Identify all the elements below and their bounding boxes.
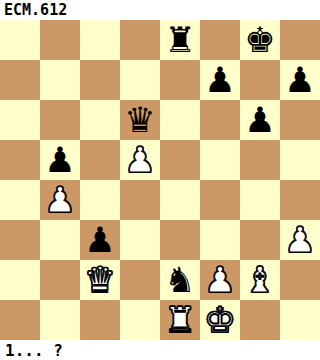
square-a6[interactable] [0,100,40,140]
square-d5[interactable]: ♟ [120,140,160,180]
square-b7[interactable] [40,60,80,100]
piece-black-king[interactable]: ♚ [244,20,275,60]
square-b6[interactable] [40,100,80,140]
square-h6[interactable] [280,100,320,140]
square-f7[interactable]: ♟ [200,60,240,100]
square-c1[interactable] [80,300,120,340]
square-f1[interactable]: ♚ [200,300,240,340]
square-g7[interactable] [240,60,280,100]
square-g8[interactable]: ♚ [240,20,280,60]
piece-black-knight[interactable]: ♞ [164,260,195,300]
chess-board: ♜♚♟♟♛♟♟♟♟♟♟♛♞♟♝♜♚ [0,20,320,340]
square-c2[interactable]: ♛ [80,260,120,300]
piece-white-pawn[interactable]: ♟ [284,220,315,260]
diagram-footer: 1... ? [0,340,320,360]
square-f4[interactable] [200,180,240,220]
square-e6[interactable] [160,100,200,140]
square-f3[interactable] [200,220,240,260]
diagram-header: ECM.612 [0,0,320,20]
square-b5[interactable]: ♟ [40,140,80,180]
square-g1[interactable] [240,300,280,340]
square-a3[interactable] [0,220,40,260]
square-h5[interactable] [280,140,320,180]
square-a4[interactable] [0,180,40,220]
square-c4[interactable] [80,180,120,220]
piece-black-pawn[interactable]: ♟ [84,220,115,260]
square-h8[interactable] [280,20,320,60]
square-d8[interactable] [120,20,160,60]
square-a7[interactable] [0,60,40,100]
square-b3[interactable] [40,220,80,260]
square-g3[interactable] [240,220,280,260]
square-f2[interactable]: ♟ [200,260,240,300]
move-prompt: 1... ? [5,341,63,360]
square-g5[interactable] [240,140,280,180]
square-a2[interactable] [0,260,40,300]
square-e3[interactable] [160,220,200,260]
square-e8[interactable]: ♜ [160,20,200,60]
square-d1[interactable] [120,300,160,340]
piece-black-pawn[interactable]: ♟ [44,140,75,180]
square-d3[interactable] [120,220,160,260]
square-d2[interactable] [120,260,160,300]
square-g4[interactable] [240,180,280,220]
square-c7[interactable] [80,60,120,100]
piece-white-pawn[interactable]: ♟ [124,140,155,180]
square-d6[interactable]: ♛ [120,100,160,140]
square-d4[interactable] [120,180,160,220]
square-e4[interactable] [160,180,200,220]
square-c5[interactable] [80,140,120,180]
piece-black-queen[interactable]: ♛ [124,100,155,140]
square-e5[interactable] [160,140,200,180]
square-b4[interactable]: ♟ [40,180,80,220]
piece-black-pawn[interactable]: ♟ [204,60,235,100]
square-f8[interactable] [200,20,240,60]
piece-white-queen[interactable]: ♛ [84,260,115,300]
piece-white-pawn[interactable]: ♟ [44,180,75,220]
square-d7[interactable] [120,60,160,100]
square-e1[interactable]: ♜ [160,300,200,340]
chess-diagram-page: ECM.612 ♜♚♟♟♛♟♟♟♟♟♟♛♞♟♝♜♚ 1... ? [0,0,320,360]
square-h2[interactable] [280,260,320,300]
square-g2[interactable]: ♝ [240,260,280,300]
square-b2[interactable] [40,260,80,300]
piece-black-rook[interactable]: ♜ [164,20,195,60]
square-a5[interactable] [0,140,40,180]
piece-white-bishop[interactable]: ♝ [244,260,275,300]
square-h1[interactable] [280,300,320,340]
piece-white-rook[interactable]: ♜ [164,300,195,340]
square-h4[interactable] [280,180,320,220]
square-f5[interactable] [200,140,240,180]
piece-white-king[interactable]: ♚ [204,300,235,340]
square-c6[interactable] [80,100,120,140]
square-e7[interactable] [160,60,200,100]
square-c3[interactable]: ♟ [80,220,120,260]
square-a8[interactable] [0,20,40,60]
piece-black-pawn[interactable]: ♟ [284,60,315,100]
square-b8[interactable] [40,20,80,60]
square-h3[interactable]: ♟ [280,220,320,260]
diagram-title: ECM.612 [4,1,67,19]
square-f6[interactable] [200,100,240,140]
piece-black-pawn[interactable]: ♟ [244,100,275,140]
square-g6[interactable]: ♟ [240,100,280,140]
square-h7[interactable]: ♟ [280,60,320,100]
square-c8[interactable] [80,20,120,60]
square-b1[interactable] [40,300,80,340]
square-a1[interactable] [0,300,40,340]
square-e2[interactable]: ♞ [160,260,200,300]
piece-white-pawn[interactable]: ♟ [204,260,235,300]
